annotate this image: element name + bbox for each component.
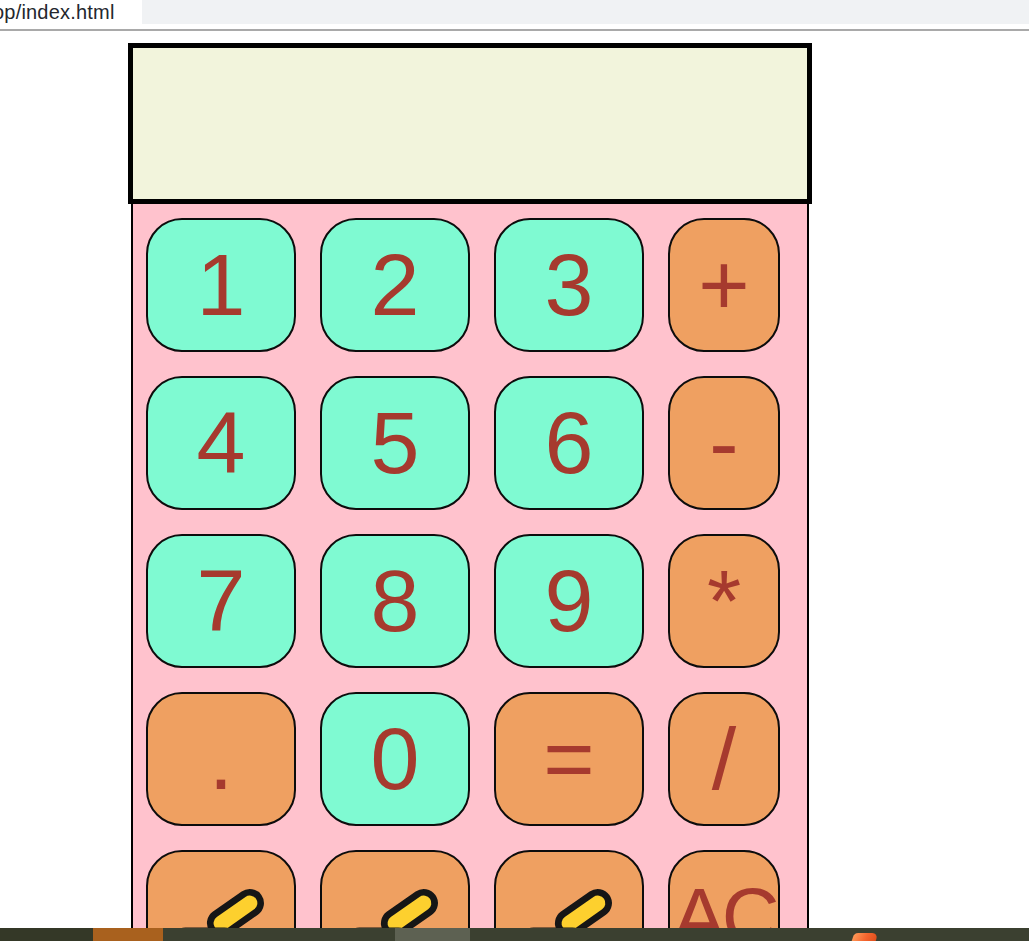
key-decimal[interactable]: . (146, 692, 296, 826)
calculator-keypad: 1 2 3 + 4 5 6 - 7 8 9 * . 0 = / (131, 204, 809, 941)
key-8[interactable]: 8 (320, 534, 470, 668)
taskbar (0, 928, 1029, 941)
key-6[interactable]: 6 (494, 376, 644, 510)
key-multiply[interactable]: * (668, 534, 780, 668)
key-5[interactable]: 5 (320, 376, 470, 510)
key-0[interactable]: 0 (320, 692, 470, 826)
toolbar-divider (0, 29, 1029, 31)
key-2[interactable]: 2 (320, 218, 470, 352)
key-minus[interactable]: - (668, 376, 780, 510)
tab-strip-background (142, 0, 1029, 24)
browser-tab-title[interactable]: op/index.html (0, 1, 115, 24)
taskbar-app-active[interactable] (395, 928, 470, 941)
key-7[interactable]: 7 (146, 534, 296, 668)
key-divide[interactable]: / (668, 692, 780, 826)
browser-chrome: op/index.html (0, 0, 1029, 31)
key-equals[interactable]: = (494, 692, 644, 826)
taskbar-app-orange[interactable] (93, 928, 163, 941)
taskbar-segment-left[interactable] (0, 928, 93, 941)
calculator-display (128, 43, 812, 204)
key-plus[interactable]: + (668, 218, 780, 352)
key-3[interactable]: 3 (494, 218, 644, 352)
key-9[interactable]: 9 (494, 534, 644, 668)
taskbar-firefox-icon[interactable] (852, 933, 879, 941)
key-4[interactable]: 4 (146, 376, 296, 510)
key-1[interactable]: 1 (146, 218, 296, 352)
